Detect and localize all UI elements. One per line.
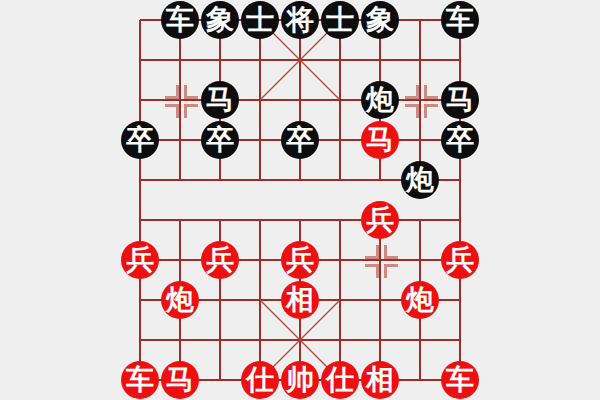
point-marker-corner [405, 104, 419, 118]
piece-black-chariot[interactable]: 车 [161, 1, 199, 39]
point-marker [400, 80, 440, 120]
piece-black-cannon[interactable]: 炮 [361, 81, 399, 119]
piece-black-horse[interactable]: 马 [201, 81, 239, 119]
piece-red-elephant[interactable]: 相 [281, 281, 319, 319]
piece-black-horse[interactable]: 马 [441, 81, 479, 119]
point-marker-corner [384, 264, 398, 278]
point-marker [360, 240, 400, 280]
point-marker-corner [424, 85, 438, 99]
piece-black-cannon[interactable]: 炮 [401, 161, 439, 199]
point-marker-corner [405, 85, 419, 99]
piece-red-horse[interactable]: 马 [361, 121, 399, 159]
xiangqi-app: 车象士将士象车马炮马卒卒卒马卒炮兵兵兵兵兵炮相炮车马仕帅仕相车 [0, 0, 600, 400]
piece-black-elephant[interactable]: 象 [201, 1, 239, 39]
point-marker-corner [165, 85, 179, 99]
piece-black-soldier[interactable]: 卒 [441, 121, 479, 159]
board-points: 车象士将士象车马炮马卒卒卒马卒炮兵兵兵兵兵炮相炮车马仕帅仕相车 [120, 0, 480, 400]
point-marker-corner [424, 104, 438, 118]
piece-red-advisor[interactable]: 仕 [241, 361, 279, 399]
piece-black-soldier[interactable]: 卒 [121, 121, 159, 159]
point-marker-corner [384, 245, 398, 259]
piece-red-soldier[interactable]: 兵 [281, 241, 319, 279]
point-marker-corner [184, 104, 198, 118]
piece-black-soldier[interactable]: 卒 [281, 121, 319, 159]
point-marker-corner [184, 85, 198, 99]
piece-black-general[interactable]: 将 [281, 1, 319, 39]
point-marker [160, 80, 200, 120]
piece-red-soldier[interactable]: 兵 [201, 241, 239, 279]
piece-red-soldier[interactable]: 兵 [121, 241, 159, 279]
piece-red-general[interactable]: 帅 [281, 361, 319, 399]
piece-red-chariot[interactable]: 车 [441, 361, 479, 399]
piece-black-advisor[interactable]: 士 [321, 1, 359, 39]
piece-red-cannon[interactable]: 炮 [401, 281, 439, 319]
piece-black-advisor[interactable]: 士 [241, 1, 279, 39]
piece-red-advisor[interactable]: 仕 [321, 361, 359, 399]
piece-red-elephant[interactable]: 相 [361, 361, 399, 399]
piece-black-chariot[interactable]: 车 [441, 1, 479, 39]
piece-red-cannon[interactable]: 炮 [161, 281, 199, 319]
piece-black-soldier[interactable]: 卒 [201, 121, 239, 159]
point-marker-corner [365, 264, 379, 278]
point-marker-corner [365, 245, 379, 259]
piece-red-soldier[interactable]: 兵 [441, 241, 479, 279]
piece-black-elephant[interactable]: 象 [361, 1, 399, 39]
xiangqi-board: 车象士将士象车马炮马卒卒卒马卒炮兵兵兵兵兵炮相炮车马仕帅仕相车 [120, 0, 480, 400]
piece-red-chariot[interactable]: 车 [121, 361, 159, 399]
piece-red-horse[interactable]: 马 [161, 361, 199, 399]
piece-red-soldier[interactable]: 兵 [361, 201, 399, 239]
point-marker-corner [165, 104, 179, 118]
